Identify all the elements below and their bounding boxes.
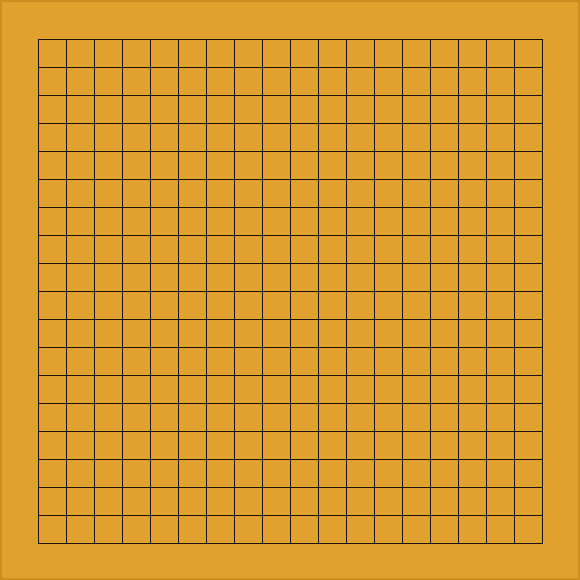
go-board-frame (0, 0, 580, 580)
goban[interactable] (24, 25, 556, 557)
